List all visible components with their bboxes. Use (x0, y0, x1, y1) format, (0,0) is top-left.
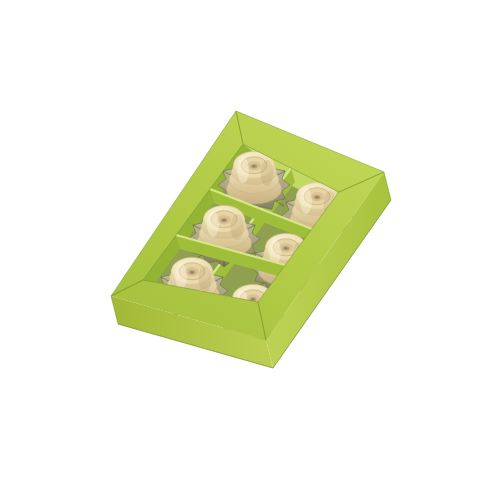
product-photo-svg (0, 0, 500, 500)
stage (0, 0, 500, 500)
